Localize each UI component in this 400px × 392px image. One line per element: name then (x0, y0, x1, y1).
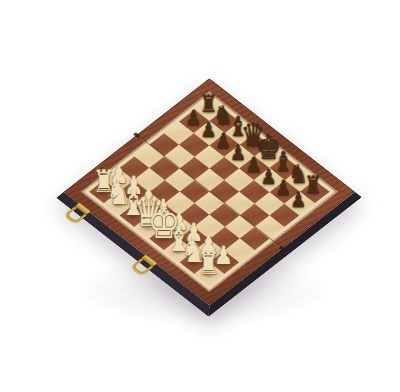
black-pawn-piece: ♟ (186, 107, 202, 128)
white-rook-piece: ♜ (197, 250, 220, 281)
black-rook-piece: ♜ (305, 174, 323, 198)
black-pawn-piece: ♟ (231, 142, 247, 163)
black-pawn-piece: ♟ (246, 154, 262, 175)
product-photo: ♜♞♝♛♚♝♞♜♟♟♟♟♟♟♟♟♟♟♟♟♟♟♟♟♜♞♝♛♚♝♞♜ (0, 0, 400, 392)
black-pawn-piece: ♟ (291, 189, 307, 210)
black-pawn-piece: ♟ (261, 165, 277, 186)
black-pawn-piece: ♟ (216, 130, 232, 151)
black-pawn-piece: ♟ (201, 118, 217, 139)
black-pawn-piece: ♟ (276, 177, 292, 198)
brass-clasp-left (63, 203, 90, 224)
square-h1: ♜ (194, 262, 224, 285)
